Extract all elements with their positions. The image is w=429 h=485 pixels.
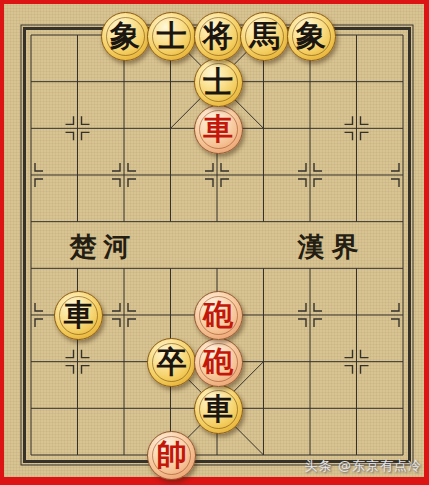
piece-black-soldier[interactable]: 卒 [147,338,196,387]
piece-black-advisor[interactable]: 士 [194,58,243,107]
piece-glyph: 卒 [157,338,187,385]
piece-glyph: 砲 [203,338,233,385]
piece-glyph: 車 [203,105,233,152]
piece-black-horse[interactable]: 馬 [240,12,289,61]
piece-red-cannon[interactable]: 砲 [194,291,243,340]
piece-glyph: 士 [157,12,187,59]
piece-glyph: 砲 [203,291,233,338]
piece-glyph: 車 [64,291,94,338]
screenshot-frame: 楚河 漢界 帥車卒砲車砲車士象士将馬象 头条 @东京有点冷 [0,0,429,485]
piece-glyph: 象 [110,12,140,59]
piece-glyph: 士 [203,58,233,105]
piece-red-cannon[interactable]: 砲 [194,338,243,387]
piece-glyph: 将 [203,12,233,59]
river-label-right: 漢界 [291,229,366,265]
piece-glyph: 帥 [157,431,187,478]
watermark-text: 头条 @东京有点冷 [305,457,422,475]
piece-red-chariot[interactable]: 車 [194,105,243,154]
piece-black-general[interactable]: 将 [194,12,243,61]
piece-black-chariot[interactable]: 車 [194,385,243,434]
piece-glyph: 象 [296,12,326,59]
piece-black-elephant[interactable]: 象 [101,12,150,61]
piece-black-advisor[interactable]: 士 [147,12,196,61]
piece-glyph: 馬 [250,12,280,59]
piece-glyph: 車 [203,385,233,432]
piece-black-elephant[interactable]: 象 [287,12,336,61]
river-label-left: 楚河 [63,229,138,265]
